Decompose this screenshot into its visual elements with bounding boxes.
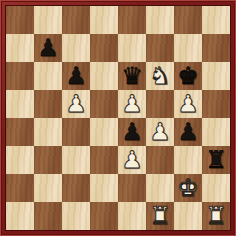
square-e1[interactable]: [118, 202, 146, 230]
square-d8[interactable]: [90, 6, 118, 34]
square-b3[interactable]: [34, 146, 62, 174]
square-h4[interactable]: [202, 118, 230, 146]
square-d6[interactable]: [90, 62, 118, 90]
square-h8[interactable]: [202, 6, 230, 34]
square-f1[interactable]: ♜: [146, 202, 174, 230]
square-b2[interactable]: [34, 174, 62, 202]
white-rook-h1[interactable]: ♜: [205, 204, 227, 228]
black-pawn-b7[interactable]: ♟: [37, 36, 59, 60]
square-a5[interactable]: [6, 90, 34, 118]
white-rook-f1[interactable]: ♜: [149, 204, 171, 228]
black-rook-h3[interactable]: ♜: [205, 148, 227, 172]
white-pawn-c5[interactable]: ♟: [65, 92, 87, 116]
square-f6[interactable]: ♞: [146, 62, 174, 90]
square-e6[interactable]: ♛: [118, 62, 146, 90]
white-pawn-e5[interactable]: ♟: [121, 92, 143, 116]
square-d5[interactable]: [90, 90, 118, 118]
square-b4[interactable]: [34, 118, 62, 146]
black-pawn-g4[interactable]: ♟: [177, 120, 199, 144]
square-b8[interactable]: [34, 6, 62, 34]
black-pawn-e4[interactable]: ♟: [121, 120, 143, 144]
white-pawn-e3[interactable]: ♟: [121, 148, 143, 172]
square-d2[interactable]: [90, 174, 118, 202]
board-frame: ♟♟♛♞♚♟♟♟♟♟♟♟♜♚♜♜: [0, 0, 236, 236]
chess-board: ♟♟♛♞♚♟♟♟♟♟♟♟♜♚♜♜: [6, 6, 230, 230]
square-g8[interactable]: [174, 6, 202, 34]
square-a6[interactable]: [6, 62, 34, 90]
square-g4[interactable]: ♟: [174, 118, 202, 146]
square-c8[interactable]: [62, 6, 90, 34]
square-g1[interactable]: [174, 202, 202, 230]
square-f2[interactable]: [146, 174, 174, 202]
square-g3[interactable]: [174, 146, 202, 174]
white-pawn-f4[interactable]: ♟: [149, 120, 171, 144]
square-c5[interactable]: ♟: [62, 90, 90, 118]
square-h2[interactable]: [202, 174, 230, 202]
square-a2[interactable]: [6, 174, 34, 202]
square-c1[interactable]: [62, 202, 90, 230]
square-d7[interactable]: [90, 34, 118, 62]
square-d4[interactable]: [90, 118, 118, 146]
white-knight-f6[interactable]: ♞: [149, 64, 171, 88]
square-c6[interactable]: ♟: [62, 62, 90, 90]
square-b7[interactable]: ♟: [34, 34, 62, 62]
square-h7[interactable]: [202, 34, 230, 62]
square-c3[interactable]: [62, 146, 90, 174]
square-d3[interactable]: [90, 146, 118, 174]
square-e8[interactable]: [118, 6, 146, 34]
square-f5[interactable]: [146, 90, 174, 118]
black-queen-e6[interactable]: ♛: [121, 64, 143, 88]
square-a1[interactable]: [6, 202, 34, 230]
square-h6[interactable]: [202, 62, 230, 90]
white-pawn-g5[interactable]: ♟: [177, 92, 199, 116]
square-h3[interactable]: ♜: [202, 146, 230, 174]
square-f7[interactable]: [146, 34, 174, 62]
square-a8[interactable]: [6, 6, 34, 34]
square-b6[interactable]: [34, 62, 62, 90]
square-f8[interactable]: [146, 6, 174, 34]
square-g6[interactable]: ♚: [174, 62, 202, 90]
square-h1[interactable]: ♜: [202, 202, 230, 230]
square-g2[interactable]: ♚: [174, 174, 202, 202]
white-king-g2[interactable]: ♚: [177, 176, 199, 200]
square-a7[interactable]: [6, 34, 34, 62]
square-a3[interactable]: [6, 146, 34, 174]
square-g5[interactable]: ♟: [174, 90, 202, 118]
square-e2[interactable]: [118, 174, 146, 202]
square-d1[interactable]: [90, 202, 118, 230]
square-c2[interactable]: [62, 174, 90, 202]
square-g7[interactable]: [174, 34, 202, 62]
square-e5[interactable]: ♟: [118, 90, 146, 118]
black-king-g6[interactable]: ♚: [177, 64, 199, 88]
square-b1[interactable]: [34, 202, 62, 230]
square-f3[interactable]: [146, 146, 174, 174]
square-f4[interactable]: ♟: [146, 118, 174, 146]
square-h5[interactable]: [202, 90, 230, 118]
square-c4[interactable]: [62, 118, 90, 146]
square-e3[interactable]: ♟: [118, 146, 146, 174]
square-a4[interactable]: [6, 118, 34, 146]
square-e7[interactable]: [118, 34, 146, 62]
square-c7[interactable]: [62, 34, 90, 62]
square-b5[interactable]: [34, 90, 62, 118]
square-e4[interactable]: ♟: [118, 118, 146, 146]
black-pawn-c6[interactable]: ♟: [65, 64, 87, 88]
